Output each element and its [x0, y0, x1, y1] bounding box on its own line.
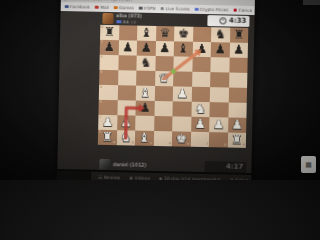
- square-g6[interactable]: [210, 57, 229, 72]
- bookmark-label: Facebook: [70, 4, 90, 9]
- opponent-subline: ♙♙ +2: [116, 19, 142, 24]
- piece-white-queen[interactable]: ♛: [155, 71, 174, 86]
- square-d4[interactable]: [154, 86, 173, 101]
- bookmark-favicon: [195, 7, 199, 11]
- opponent-info: alba (973) ♙♙ +2: [116, 13, 142, 24]
- piece-white-pawn[interactable]: ♟: [228, 118, 247, 133]
- square-g1[interactable]: g: [209, 132, 228, 147]
- bookmark-label: Live Scores: [165, 6, 190, 12]
- footer-item-label: 30-day trial membership: [164, 176, 221, 180]
- bookmark-item-1[interactable]: Mail: [95, 5, 109, 10]
- footer-item-3[interactable]: ⚙Setup: [230, 178, 249, 180]
- footer-item-label: Setup: [235, 178, 248, 180]
- opponent-avatar[interactable]: [102, 13, 113, 24]
- piece-white-pawn[interactable]: ♟: [191, 117, 210, 132]
- square-b3[interactable]: [117, 100, 136, 115]
- bookmark-label: Mail: [100, 5, 109, 10]
- footer-item-icon: ☰: [98, 175, 102, 180]
- piece-black-knight[interactable]: ♞: [211, 27, 230, 42]
- piece-white-pawn[interactable]: ♟: [117, 115, 136, 130]
- player-name[interactable]: daniel (1012): [113, 162, 147, 168]
- file-coordinate: d: [169, 142, 171, 146]
- bookmark-label: Canva: [238, 8, 252, 13]
- piece-white-rook[interactable]: ♜: [227, 133, 246, 148]
- piece-black-bishop[interactable]: ♝: [137, 26, 156, 41]
- photographed-monitor-screen: game/live/62762817?T7gb+chain FacebookMa…: [57, 0, 255, 180]
- clock-icon: [219, 17, 226, 24]
- square-d1[interactable]: d: [153, 131, 172, 146]
- square-c2[interactable]: [135, 116, 154, 131]
- top-right-screen-sliver: [303, 0, 320, 5]
- piece-white-pawn[interactable]: ♟: [173, 86, 192, 101]
- square-c1[interactable]: c♝: [135, 131, 154, 146]
- square-b4[interactable]: [117, 85, 136, 100]
- rank-coordinate: 4: [100, 86, 102, 90]
- square-h5[interactable]: [229, 73, 248, 88]
- square-d3[interactable]: [154, 101, 173, 116]
- bookmark-favicon: [65, 5, 69, 9]
- opponent-captured-pieces: ♙♙: [122, 20, 129, 24]
- square-b6[interactable]: [118, 55, 137, 70]
- square-g2[interactable]: ♟: [209, 117, 228, 132]
- square-a6[interactable]: 6: [99, 55, 118, 70]
- player-clock: 4:17: [204, 161, 246, 172]
- piece-black-pawn[interactable]: ♟: [211, 42, 230, 57]
- square-e2[interactable]: [172, 116, 191, 131]
- bookmark-item-4[interactable]: Live Scores: [160, 6, 190, 12]
- side-widget-glyph: ▦: [305, 161, 312, 169]
- square-g3[interactable]: [209, 102, 228, 117]
- footer-item-icon: ◉: [129, 175, 133, 180]
- footer-item-label: Review: [104, 175, 120, 180]
- square-f7[interactable]: ♟: [192, 42, 211, 57]
- rank-coordinate: 6: [100, 56, 102, 60]
- bookmark-favicon: [160, 7, 164, 11]
- square-e6[interactable]: [173, 56, 192, 71]
- square-f1[interactable]: f: [190, 132, 209, 147]
- file-coordinate: g: [224, 143, 226, 147]
- footer-item-0[interactable]: ☰Review: [98, 175, 120, 180]
- piece-white-knight[interactable]: ♞: [116, 130, 135, 145]
- piece-black-pawn[interactable]: ♟: [118, 40, 137, 55]
- bookmark-item-3[interactable]: ESPN: [139, 6, 155, 11]
- footer-item-icon: ◆: [159, 176, 163, 180]
- square-d8[interactable]: ♛: [156, 26, 175, 41]
- piece-black-rook[interactable]: ♜: [230, 28, 249, 43]
- square-f4[interactable]: [191, 87, 210, 102]
- square-d5[interactable]: ♛: [155, 71, 174, 86]
- square-h8[interactable]: ♜: [230, 28, 249, 43]
- square-d2[interactable]: [154, 116, 173, 131]
- square-a2[interactable]: 2♟: [98, 115, 117, 130]
- square-g8[interactable]: ♞: [211, 27, 230, 42]
- square-h2[interactable]: ♟: [228, 118, 247, 133]
- piece-black-pawn[interactable]: ♟: [192, 42, 211, 57]
- square-d7[interactable]: ♟: [155, 41, 174, 56]
- bookmark-label: Crypto Prices: [200, 7, 229, 13]
- url-text: game/live/62762817?T7gb+chain: [64, 0, 132, 2]
- bookmark-favicon: [95, 5, 99, 9]
- piece-white-bishop[interactable]: ♝: [136, 86, 155, 101]
- chess-board-area: 8♜♝♛♚♞♜7♟♟♟♟♝♟♟♟6♞5♛4♝♟3♟♞2♟♟♟♟♟1a♜b♞c♝d…: [98, 25, 248, 148]
- piece-white-pawn[interactable]: ♟: [209, 117, 228, 132]
- player-avatar[interactable]: [99, 159, 110, 170]
- square-a3[interactable]: 3: [98, 100, 117, 115]
- rank-coordinate: 3: [99, 101, 101, 105]
- opponent-material-score: +2: [130, 20, 136, 24]
- square-b7[interactable]: ♟: [118, 40, 137, 55]
- footer-item-label: Videos: [135, 176, 150, 180]
- square-e7[interactable]: ♝: [174, 41, 193, 56]
- square-f5[interactable]: [192, 72, 211, 87]
- piece-black-pawn[interactable]: ♟: [137, 41, 156, 56]
- piece-black-pawn[interactable]: ♟: [229, 43, 248, 58]
- piece-black-pawn[interactable]: ♟: [155, 41, 174, 56]
- piece-white-king[interactable]: ♚: [172, 131, 191, 146]
- square-a5[interactable]: 5: [99, 70, 118, 85]
- chess-page: alba (973) ♙♙ +2 4:33 8♜♝♛♚♞♜7♟♟♟♟♝♟♟♟6♞…: [57, 11, 254, 173]
- bookmark-item-0[interactable]: Facebook: [65, 4, 90, 10]
- piece-black-pawn[interactable]: ♟: [100, 40, 119, 55]
- square-h7[interactable]: ♟: [229, 43, 248, 58]
- piece-black-king[interactable]: ♚: [174, 26, 193, 41]
- square-a4[interactable]: 4: [99, 85, 118, 100]
- bookmark-label: Games: [119, 5, 134, 10]
- square-b1[interactable]: b♞: [116, 130, 135, 145]
- square-a8[interactable]: 8♜: [100, 25, 119, 40]
- piece-white-bishop[interactable]: ♝: [135, 131, 154, 146]
- square-h6[interactable]: [229, 58, 248, 73]
- opponent-clock-time: 4:33: [229, 17, 247, 25]
- bookmark-item-6[interactable]: Canva: [233, 8, 252, 13]
- square-f2[interactable]: ♟: [191, 117, 210, 132]
- bookmark-favicon: [114, 6, 118, 10]
- square-g5[interactable]: [210, 72, 229, 87]
- side-overlay-widget[interactable]: ▦: [301, 156, 316, 173]
- player-clock-time: 4:17: [226, 163, 244, 171]
- piece-black-queen[interactable]: ♛: [156, 26, 175, 41]
- piece-white-knight[interactable]: ♞: [191, 102, 210, 117]
- opponent-flag-icon: [116, 20, 121, 23]
- footer-item-icon: ⚙: [230, 178, 234, 180]
- square-a7[interactable]: 7♟: [100, 40, 119, 55]
- piece-black-bishop[interactable]: ♝: [174, 41, 193, 56]
- square-c8[interactable]: ♝: [137, 26, 156, 41]
- square-c3[interactable]: ♟: [135, 101, 154, 116]
- square-b5[interactable]: [118, 70, 137, 85]
- square-e4[interactable]: ♟: [173, 86, 192, 101]
- square-g4[interactable]: [210, 87, 229, 102]
- square-h3[interactable]: [228, 103, 247, 118]
- footer-item-2[interactable]: ◆30-day trial membership: [159, 176, 221, 180]
- square-c7[interactable]: ♟: [137, 41, 156, 56]
- piece-black-rook[interactable]: ♜: [100, 25, 119, 40]
- file-coordinate: f: [207, 143, 208, 147]
- square-c6[interactable]: ♞: [136, 56, 155, 71]
- square-e3[interactable]: [172, 101, 191, 116]
- square-b8[interactable]: [119, 25, 138, 40]
- bookmark-item-5[interactable]: Crypto Prices: [195, 7, 229, 13]
- bookmark-favicon: [139, 6, 143, 10]
- square-f6[interactable]: [192, 57, 211, 72]
- piece-black-knight[interactable]: ♞: [136, 56, 155, 71]
- square-g7[interactable]: ♟: [211, 42, 230, 57]
- square-h4[interactable]: [228, 88, 247, 103]
- chess-board[interactable]: 8♜♝♛♚♞♜7♟♟♟♟♝♟♟♟6♞5♛4♝♟3♟♞2♟♟♟♟♟1a♜b♞c♝d…: [98, 25, 248, 148]
- square-d6[interactable]: [155, 56, 174, 71]
- footer-item-1[interactable]: ◉Videos: [129, 175, 150, 180]
- opponent-name[interactable]: alba (973): [116, 13, 142, 19]
- rank-coordinate: 5: [100, 71, 102, 75]
- piece-black-pawn[interactable]: ♟: [135, 101, 154, 116]
- square-e5[interactable]: [173, 71, 192, 86]
- square-a1[interactable]: 1a♜: [98, 130, 117, 145]
- square-e8[interactable]: ♚: [174, 26, 193, 41]
- bookmark-item-2[interactable]: Games: [114, 5, 134, 10]
- bookmark-label: ESPN: [144, 6, 155, 11]
- player-info: daniel (1012): [113, 162, 147, 168]
- square-b2[interactable]: ♟: [117, 115, 136, 130]
- square-c5[interactable]: [136, 71, 155, 86]
- piece-white-pawn[interactable]: ♟: [98, 115, 117, 130]
- opponent-clock: 4:33: [207, 15, 249, 26]
- square-f8[interactable]: [193, 27, 212, 42]
- square-h1[interactable]: h♜: [227, 133, 246, 148]
- bookmark-favicon: [233, 8, 237, 12]
- square-e1[interactable]: e♚: [172, 131, 191, 146]
- square-c4[interactable]: ♝: [136, 86, 155, 101]
- square-f3[interactable]: ♞: [191, 102, 210, 117]
- piece-white-rook[interactable]: ♜: [98, 130, 117, 145]
